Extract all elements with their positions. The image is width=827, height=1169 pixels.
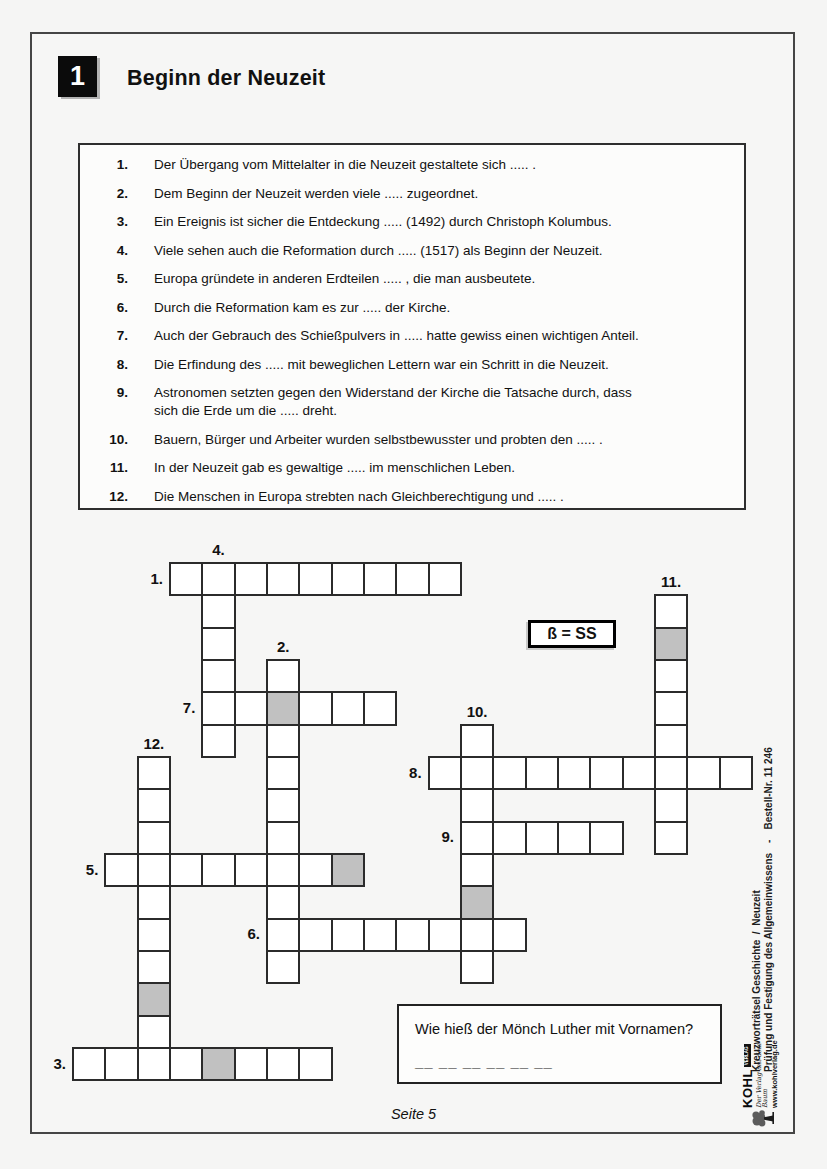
clue-text: Die Menschen in Europa strebten nach Gle… xyxy=(154,488,736,506)
clue-text: Der Übergang vom Mittelalter in die Neuz… xyxy=(154,156,736,174)
crossword-cell xyxy=(298,918,332,952)
eszett-hint-box: ß = SS xyxy=(528,620,616,648)
clue-text: Bauern, Bürger und Arbeiter wurden selbs… xyxy=(154,431,736,449)
crossword-cell xyxy=(266,853,300,887)
clue-text: Auch der Gebrauch des Schießpulvers in .… xyxy=(154,327,736,345)
crossword-cell xyxy=(137,885,171,919)
clue-text: Viele sehen auch die Reformation durch .… xyxy=(154,242,736,260)
side-caption-line1: Kreuzworträtsel Geschichte / Neuzeit xyxy=(751,747,763,1072)
crossword-cell-solution xyxy=(266,691,300,725)
crossword-cell xyxy=(266,885,300,919)
crossword-cell xyxy=(234,562,268,596)
crossword-cell xyxy=(298,1047,332,1081)
entry-number-label: 6. xyxy=(204,925,260,943)
entry-number-label: 1. xyxy=(107,570,163,588)
crossword-cell xyxy=(428,562,462,596)
crossword-cell xyxy=(298,691,332,725)
crossword-cell xyxy=(234,1047,268,1081)
crossword-cell xyxy=(492,918,526,952)
logo-tagline: Der Verlag mit dem Baum xyxy=(756,1040,770,1108)
crossword-cell xyxy=(266,659,300,693)
crossword-cell xyxy=(266,918,300,952)
crossword-cell xyxy=(298,562,332,596)
crossword-cell xyxy=(137,950,171,984)
crossword-cell xyxy=(428,756,462,790)
crossword-cell xyxy=(266,562,300,596)
clue-text: Die Erfindung des ..... mit beweglichen … xyxy=(154,356,736,374)
clue-item: 1.Der Übergang vom Mittelalter in die Ne… xyxy=(80,156,744,174)
clue-number: 6. xyxy=(80,299,128,317)
crossword-cell-solution xyxy=(460,885,494,919)
crossword-cell xyxy=(460,724,494,758)
entry-number-label: 8. xyxy=(366,764,422,782)
clue-text: Durch die Reformation kam es zur ..... d… xyxy=(154,299,736,317)
clue-text: In der Neuzeit gab es gewaltige ..... im… xyxy=(154,459,736,477)
crossword-cell xyxy=(201,724,235,758)
entry-number-label: 10. xyxy=(449,703,505,721)
crossword-cell xyxy=(266,821,300,855)
logo-name: KOHL xyxy=(741,1069,755,1108)
crossword-cell xyxy=(654,691,688,725)
entry-number-label: 2. xyxy=(255,638,311,656)
crossword-cell-solution xyxy=(331,853,365,887)
crossword-cell xyxy=(201,627,235,661)
crossword-cell xyxy=(460,756,494,790)
crossword-cell xyxy=(460,788,494,822)
clue-number: 12. xyxy=(80,488,128,506)
entry-number-label: 12. xyxy=(126,735,182,753)
crossword-cell xyxy=(460,918,494,952)
side-caption-line2: Prüfung und Festigung des Allgemeinwisse… xyxy=(763,747,775,1072)
clue-list: 1.Der Übergang vom Mittelalter in die Ne… xyxy=(80,156,744,506)
crossword-cell xyxy=(234,691,268,725)
crossword-cell xyxy=(201,659,235,693)
crossword-cell xyxy=(137,788,171,822)
entry-number-label: 4. xyxy=(190,541,246,559)
crossword-cell xyxy=(622,756,656,790)
clue-number: 8. xyxy=(80,356,128,374)
clue-number: 2. xyxy=(80,185,128,203)
clue-text: Europa gründete in anderen Erdteilen ...… xyxy=(154,270,736,288)
crossword-cell xyxy=(460,853,494,887)
clue-number: 11. xyxy=(80,459,128,477)
crossword-cell xyxy=(654,594,688,628)
crossword-cell xyxy=(201,853,235,887)
solution-answer-blanks: __ __ __ __ __ __ xyxy=(415,1053,710,1070)
crossword-cell xyxy=(525,756,559,790)
clue-text: Astronomen setzten gegen den Widerstand … xyxy=(154,384,736,420)
entry-number-label: 7. xyxy=(139,699,195,717)
crossword-cell xyxy=(557,821,591,855)
crossword-cell xyxy=(460,821,494,855)
clue-item: 12.Die Menschen in Europa strebten nach … xyxy=(80,488,744,506)
entry-number-label: 5. xyxy=(42,861,98,879)
crossword-cell xyxy=(395,562,429,596)
crossword-cell xyxy=(363,918,397,952)
crossword-cell xyxy=(266,950,300,984)
crossword-cell xyxy=(460,950,494,984)
clue-item: 3.Ein Ereignis ist sicher die Entdeckung… xyxy=(80,213,744,231)
crossword-cell xyxy=(266,1047,300,1081)
crossword-cell xyxy=(137,821,171,855)
crossword-cell xyxy=(137,1047,171,1081)
crossword-cell xyxy=(492,821,526,855)
crossword-cell xyxy=(492,756,526,790)
crossword-cell xyxy=(72,1047,106,1081)
solution-question-box: Wie hieß der Mönch Luther mit Vornamen? … xyxy=(397,1004,722,1084)
clue-number: 10. xyxy=(80,431,128,449)
crossword-cell xyxy=(137,853,171,887)
crossword-cell xyxy=(363,562,397,596)
crossword-cell xyxy=(201,594,235,628)
clue-number: 4. xyxy=(80,242,128,260)
crossword-cell xyxy=(654,756,688,790)
entry-number-label: 3. xyxy=(10,1055,66,1073)
crossword-cell xyxy=(686,756,720,790)
clue-item: 4.Viele sehen auch die Reformation durch… xyxy=(80,242,744,260)
crossword-cell xyxy=(137,1015,171,1049)
crossword-cell xyxy=(201,691,235,725)
clue-item: 11.In der Neuzeit gab es gewaltige .....… xyxy=(80,459,744,477)
clue-item: 5.Europa gründete in anderen Erdteilen .… xyxy=(80,270,744,288)
crossword-cell xyxy=(331,562,365,596)
side-caption: Kreuzworträtsel Geschichte / Neuzeit Prü… xyxy=(751,747,774,1072)
crossword-cell xyxy=(266,724,300,758)
crossword-cell xyxy=(298,853,332,887)
clue-number: 7. xyxy=(80,327,128,345)
clue-item: 7.Auch der Gebrauch des Schießpulvers in… xyxy=(80,327,744,345)
crossword-cell xyxy=(589,821,623,855)
entry-number-label: 9. xyxy=(398,828,454,846)
solution-question: Wie hieß der Mönch Luther mit Vornamen? xyxy=(415,1021,710,1037)
clue-item: 2.Dem Beginn der Neuzeit werden viele ..… xyxy=(80,185,744,203)
clue-text: Dem Beginn der Neuzeit werden viele ....… xyxy=(154,185,736,203)
clue-number: 5. xyxy=(80,270,128,288)
crossword-cell xyxy=(169,562,203,596)
unit-number-badge: 1 xyxy=(58,56,97,97)
crossword-cell xyxy=(557,756,591,790)
logo-url: www.kohlverlag.de xyxy=(771,1040,779,1108)
crossword-cell xyxy=(654,788,688,822)
crossword-cell xyxy=(169,1047,203,1081)
crossword-cell xyxy=(589,756,623,790)
entry-number-label: 11. xyxy=(643,573,699,591)
crossword-cell xyxy=(137,756,171,790)
page-number: Seite 5 xyxy=(0,1106,827,1122)
crossword-cell xyxy=(654,821,688,855)
crossword-cell xyxy=(654,659,688,693)
clue-item: 10.Bauern, Bürger und Arbeiter wurden se… xyxy=(80,431,744,449)
crossword-cell xyxy=(169,853,203,887)
crossword-cell xyxy=(104,1047,138,1081)
crossword-cell xyxy=(331,691,365,725)
crossword-cell-solution xyxy=(201,1047,235,1081)
clue-number: 9. xyxy=(80,384,128,420)
worksheet-page: 1 Beginn der Neuzeit 1.Der Übergang vom … xyxy=(0,0,827,1169)
clue-item: 8.Die Erfindung des ..... mit bewegliche… xyxy=(80,356,744,374)
clue-number: 3. xyxy=(80,213,128,231)
crossword-cell xyxy=(654,724,688,758)
clue-text: Ein Ereignis ist sicher die Entdeckung .… xyxy=(154,213,736,231)
crossword-cell xyxy=(525,821,559,855)
crossword-cell xyxy=(234,853,268,887)
page-title: Beginn der Neuzeit xyxy=(127,66,325,91)
clue-item: 6.Durch die Reformation kam es zur .....… xyxy=(80,299,744,317)
clue-list-box: 1.Der Übergang vom Mittelalter in die Ne… xyxy=(78,143,746,510)
crossword-cell-solution xyxy=(654,627,688,661)
clue-number: 1. xyxy=(80,156,128,174)
crossword-cell xyxy=(395,918,429,952)
crossword-cell xyxy=(266,756,300,790)
crossword-cell xyxy=(266,788,300,822)
logo-text-block: KOHL VERLAG Der Verlag mit dem Baum www.… xyxy=(741,1040,779,1108)
crossword-cell-solution xyxy=(137,982,171,1016)
crossword-cell xyxy=(137,918,171,952)
crossword-cell xyxy=(428,918,462,952)
clue-item: 9.Astronomen setzten gegen den Widerstan… xyxy=(80,384,744,420)
crossword-cell xyxy=(104,853,138,887)
logo-badge: VERLAG xyxy=(744,1044,751,1067)
crossword-cell xyxy=(201,562,235,596)
crossword-cell xyxy=(363,691,397,725)
crossword-cell xyxy=(719,756,753,790)
crossword-cell xyxy=(331,918,365,952)
